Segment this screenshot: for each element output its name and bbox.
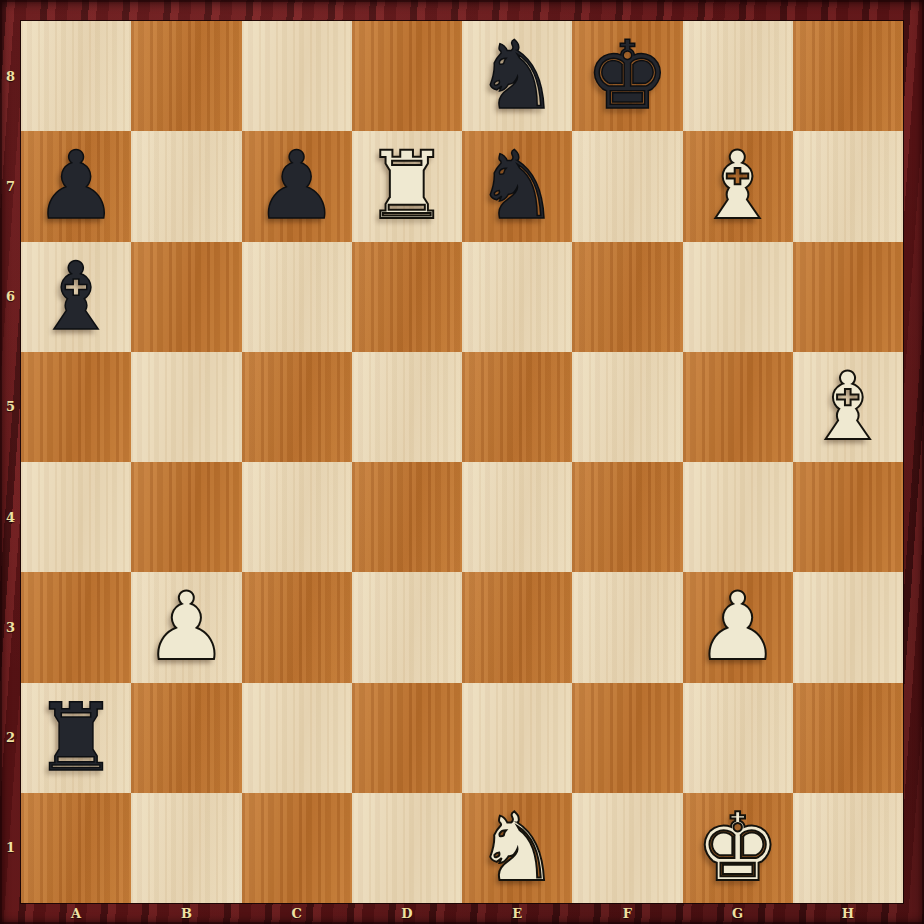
black-pawn: ♟: [254, 139, 338, 233]
square-a6[interactable]: ♝: [21, 242, 131, 352]
square-d7[interactable]: ♜: [352, 131, 462, 241]
file-label-b: B: [131, 906, 241, 921]
rank-label-3: 3: [0, 620, 21, 635]
square-c7[interactable]: ♟: [242, 131, 352, 241]
square-c3[interactable]: [242, 572, 352, 682]
square-d1[interactable]: [352, 793, 462, 903]
square-f7[interactable]: [572, 131, 682, 241]
square-g2[interactable]: [683, 683, 793, 793]
square-c8[interactable]: [242, 21, 352, 131]
file-label-g: G: [683, 906, 793, 921]
square-b7[interactable]: [131, 131, 241, 241]
square-f2[interactable]: [572, 683, 682, 793]
square-b5[interactable]: [131, 352, 241, 462]
square-h1[interactable]: [793, 793, 903, 903]
square-a1[interactable]: [21, 793, 131, 903]
square-h6[interactable]: [793, 242, 903, 352]
square-f4[interactable]: [572, 462, 682, 572]
file-label-f: F: [572, 906, 682, 921]
rank-label-6: 6: [0, 289, 21, 304]
white-rook: ♜: [365, 139, 449, 233]
black-pawn: ♟: [34, 139, 118, 233]
square-f1[interactable]: [572, 793, 682, 903]
black-knight: ♞: [475, 29, 559, 123]
chess-board: ♞♚♟♟♜♞♝♝♝♟♟♜♞♚: [21, 21, 903, 903]
square-e1[interactable]: ♞: [462, 793, 572, 903]
square-b3[interactable]: ♟: [131, 572, 241, 682]
file-labels: ABCDEFGH: [21, 903, 903, 924]
square-b2[interactable]: [131, 683, 241, 793]
square-a2[interactable]: ♜: [21, 683, 131, 793]
square-d2[interactable]: [352, 683, 462, 793]
square-c4[interactable]: [242, 462, 352, 572]
square-a3[interactable]: [21, 572, 131, 682]
white-pawn: ♟: [695, 580, 779, 674]
square-d5[interactable]: [352, 352, 462, 462]
file-label-h: H: [793, 906, 903, 921]
rank-label-7: 7: [0, 179, 21, 194]
black-king: ♚: [585, 29, 669, 123]
square-d4[interactable]: [352, 462, 462, 572]
chess-board-frame: 87654321 ♞♚♟♟♜♞♝♝♝♟♟♜♞♚ ABCDEFGH: [0, 0, 924, 924]
square-a8[interactable]: [21, 21, 131, 131]
square-c2[interactable]: [242, 683, 352, 793]
square-e7[interactable]: ♞: [462, 131, 572, 241]
square-g1[interactable]: ♚: [683, 793, 793, 903]
rank-label-1: 1: [0, 840, 21, 855]
square-h5[interactable]: ♝: [793, 352, 903, 462]
file-label-e: E: [462, 906, 572, 921]
square-g7[interactable]: ♝: [683, 131, 793, 241]
square-e5[interactable]: [462, 352, 572, 462]
black-rook: ♜: [34, 691, 118, 785]
square-b4[interactable]: [131, 462, 241, 572]
rank-label-4: 4: [0, 510, 21, 525]
white-bishop: ♝: [806, 360, 890, 454]
square-g3[interactable]: ♟: [683, 572, 793, 682]
square-a5[interactable]: [21, 352, 131, 462]
file-label-a: A: [21, 906, 131, 921]
square-h4[interactable]: [793, 462, 903, 572]
square-d8[interactable]: [352, 21, 462, 131]
square-e4[interactable]: [462, 462, 572, 572]
rank-label-8: 8: [0, 69, 21, 84]
rank-label-2: 2: [0, 730, 21, 745]
square-d6[interactable]: [352, 242, 462, 352]
square-b8[interactable]: [131, 21, 241, 131]
square-h2[interactable]: [793, 683, 903, 793]
square-f3[interactable]: [572, 572, 682, 682]
square-g4[interactable]: [683, 462, 793, 572]
white-king: ♚: [695, 801, 779, 895]
square-g6[interactable]: [683, 242, 793, 352]
white-bishop: ♝: [695, 139, 779, 233]
square-b1[interactable]: [131, 793, 241, 903]
square-e2[interactable]: [462, 683, 572, 793]
square-h7[interactable]: [793, 131, 903, 241]
rank-label-5: 5: [0, 399, 21, 414]
file-label-c: C: [242, 906, 352, 921]
square-c5[interactable]: [242, 352, 352, 462]
square-e3[interactable]: [462, 572, 572, 682]
file-label-d: D: [352, 906, 462, 921]
square-c6[interactable]: [242, 242, 352, 352]
square-h8[interactable]: [793, 21, 903, 131]
square-b6[interactable]: [131, 242, 241, 352]
square-e8[interactable]: ♞: [462, 21, 572, 131]
black-bishop: ♝: [34, 250, 118, 344]
square-a7[interactable]: ♟: [21, 131, 131, 241]
black-knight: ♞: [475, 139, 559, 233]
square-g8[interactable]: [683, 21, 793, 131]
rank-labels: 87654321: [0, 21, 21, 903]
white-knight: ♞: [475, 801, 559, 895]
square-f8[interactable]: ♚: [572, 21, 682, 131]
white-pawn: ♟: [144, 580, 228, 674]
square-e6[interactable]: [462, 242, 572, 352]
square-a4[interactable]: [21, 462, 131, 572]
square-d3[interactable]: [352, 572, 462, 682]
square-f6[interactable]: [572, 242, 682, 352]
square-g5[interactable]: [683, 352, 793, 462]
square-c1[interactable]: [242, 793, 352, 903]
square-f5[interactable]: [572, 352, 682, 462]
square-h3[interactable]: [793, 572, 903, 682]
